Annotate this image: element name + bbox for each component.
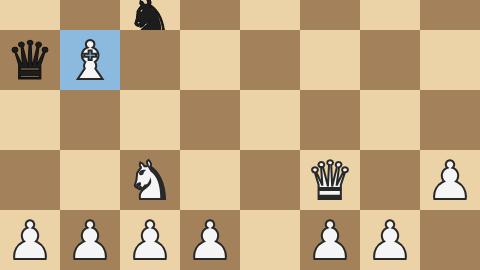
square-b4[interactable] [60,90,120,150]
square-g2[interactable]: ♟ [360,210,420,270]
square-h3[interactable]: ♟ [420,150,480,210]
square-a2[interactable]: ♟ [0,210,60,270]
white-pawn[interactable]: ♟ [426,154,474,207]
square-h6[interactable] [420,0,480,30]
square-a4[interactable] [0,90,60,150]
square-c3[interactable]: ♞ [120,150,180,210]
square-d5[interactable] [180,30,240,90]
square-e2[interactable] [240,210,300,270]
black-queen[interactable]: ♛ [6,34,54,87]
square-f6[interactable] [300,0,360,30]
white-queen[interactable]: ♛ [306,154,354,207]
square-h4[interactable] [420,90,480,150]
square-g5[interactable] [360,30,420,90]
square-e3[interactable] [240,150,300,210]
square-d2[interactable]: ♟ [180,210,240,270]
white-pawn[interactable]: ♟ [366,214,414,267]
square-b6[interactable] [60,0,120,30]
square-f2[interactable]: ♟ [300,210,360,270]
black-knight[interactable]: ♞ [126,0,174,30]
square-d6[interactable] [180,0,240,30]
square-c2[interactable]: ♟ [120,210,180,270]
square-e4[interactable] [240,90,300,150]
board-frame: ♞♛♝♞♛♟♟♟♟♟♟♟ [0,0,480,270]
square-b2[interactable]: ♟ [60,210,120,270]
square-a3[interactable] [0,150,60,210]
square-f4[interactable] [300,90,360,150]
white-bishop[interactable]: ♝ [66,34,114,87]
white-pawn[interactable]: ♟ [306,214,354,267]
chess-board: ♞♛♝♞♛♟♟♟♟♟♟♟ [0,0,480,270]
square-h5[interactable] [420,30,480,90]
square-e6[interactable] [240,0,300,30]
square-g3[interactable] [360,150,420,210]
square-g4[interactable] [360,90,420,150]
square-d4[interactable] [180,90,240,150]
white-pawn[interactable]: ♟ [186,214,234,267]
square-f5[interactable] [300,30,360,90]
square-e5[interactable] [240,30,300,90]
square-a6[interactable] [0,0,60,30]
square-h2[interactable] [420,210,480,270]
white-knight[interactable]: ♞ [126,154,174,207]
square-f3[interactable]: ♛ [300,150,360,210]
square-g6[interactable] [360,0,420,30]
white-pawn[interactable]: ♟ [126,214,174,267]
square-c5[interactable] [120,30,180,90]
square-c6[interactable]: ♞ [120,0,180,30]
square-d3[interactable] [180,150,240,210]
white-pawn[interactable]: ♟ [6,214,54,267]
square-b5[interactable]: ♝ [60,30,120,90]
white-pawn[interactable]: ♟ [66,214,114,267]
square-a5[interactable]: ♛ [0,30,60,90]
square-c4[interactable] [120,90,180,150]
square-b3[interactable] [60,150,120,210]
